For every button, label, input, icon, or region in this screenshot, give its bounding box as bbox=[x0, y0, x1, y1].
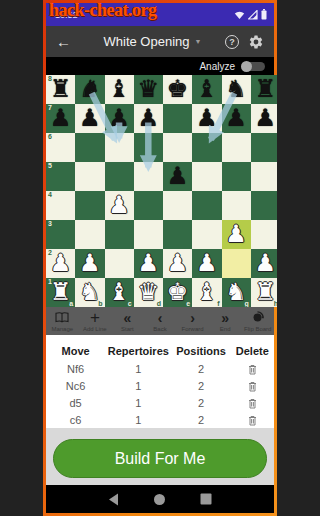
square-d8[interactable]: ♛ bbox=[134, 75, 163, 104]
white-pawn-g3[interactable]: ♟ bbox=[222, 220, 251, 249]
white-pawn-b2[interactable]: ♟ bbox=[75, 249, 104, 278]
black-knight-b8[interactable]: ♞ bbox=[75, 75, 104, 104]
square-a7[interactable]: 7♟ bbox=[46, 104, 75, 133]
delete-cell bbox=[231, 379, 274, 392]
square-b6[interactable] bbox=[75, 133, 104, 162]
go-end-button[interactable]: » End bbox=[209, 307, 242, 335]
square-h6[interactable] bbox=[251, 133, 277, 162]
nav-recents-icon[interactable] bbox=[200, 493, 212, 505]
rank-label-3: 3 bbox=[48, 220, 52, 227]
delete-cell bbox=[231, 362, 274, 375]
square-h2[interactable]: ♟ bbox=[251, 249, 277, 278]
square-a3[interactable]: 3 bbox=[46, 220, 75, 249]
square-c7[interactable]: ♟ bbox=[105, 104, 134, 133]
white-pawn-c4[interactable]: ♟ bbox=[105, 191, 134, 220]
black-bishop-f8[interactable]: ♝ bbox=[192, 75, 221, 104]
repertoires-cell: 1 bbox=[105, 380, 171, 392]
white-king-e1[interactable]: ♚ bbox=[163, 278, 192, 307]
white-knight-g1[interactable]: ♞ bbox=[222, 278, 251, 307]
square-e3[interactable] bbox=[163, 220, 192, 249]
square-c8[interactable]: ♝ bbox=[105, 75, 134, 104]
square-h3[interactable] bbox=[251, 220, 277, 249]
square-d7[interactable]: ♟ bbox=[134, 104, 163, 133]
book-icon bbox=[55, 311, 69, 325]
black-pawn-b7[interactable]: ♟ bbox=[75, 104, 104, 133]
col-header-move: Move bbox=[46, 345, 105, 357]
black-pawn-a7[interactable]: ♟ bbox=[46, 104, 75, 133]
white-pawn-e2[interactable]: ♟ bbox=[163, 249, 192, 278]
delete-trash-icon[interactable] bbox=[248, 398, 257, 409]
white-pawn-h2[interactable]: ♟ bbox=[251, 249, 277, 278]
add-line-button[interactable]: + Add Line bbox=[79, 307, 112, 335]
square-f3[interactable] bbox=[192, 220, 221, 249]
square-d3[interactable] bbox=[134, 220, 163, 249]
square-f5[interactable] bbox=[192, 162, 221, 191]
square-b3[interactable] bbox=[75, 220, 104, 249]
square-f6[interactable] bbox=[192, 133, 221, 162]
rank-label-4: 4 bbox=[48, 191, 52, 198]
square-b2[interactable]: ♟ bbox=[75, 249, 104, 278]
status-bar: 10:52 bbox=[46, 3, 274, 26]
build-for-me-button[interactable]: Build For Me bbox=[53, 439, 267, 478]
square-a1[interactable]: 1a♜ bbox=[46, 278, 75, 307]
flip-board-icon bbox=[251, 311, 264, 325]
square-h4[interactable] bbox=[251, 191, 277, 220]
square-g5[interactable] bbox=[222, 162, 251, 191]
square-e1[interactable]: e♚ bbox=[163, 278, 192, 307]
white-rook-a1[interactable]: ♜ bbox=[46, 278, 75, 307]
square-g3[interactable]: ♟ bbox=[222, 220, 251, 249]
manage-button[interactable]: Manage bbox=[46, 307, 79, 335]
move-cell: Nc6 bbox=[46, 380, 105, 392]
rank-label-6: 6 bbox=[48, 133, 52, 140]
move-cell: d5 bbox=[46, 397, 105, 409]
square-d4[interactable] bbox=[134, 191, 163, 220]
square-e2[interactable]: ♟ bbox=[163, 249, 192, 278]
col-header-positions: Positions bbox=[171, 345, 230, 357]
square-a5[interactable]: 5 bbox=[46, 162, 75, 191]
black-pawn-g7[interactable]: ♟ bbox=[222, 104, 251, 133]
square-c1[interactable]: c♝ bbox=[105, 278, 134, 307]
black-pawn-d7[interactable]: ♟ bbox=[134, 104, 163, 133]
white-bishop-f1[interactable]: ♝ bbox=[192, 278, 221, 307]
black-rook-a8[interactable]: ♜ bbox=[46, 75, 75, 104]
repertoires-cell: 1 bbox=[105, 414, 171, 426]
square-g8[interactable]: ♞ bbox=[222, 75, 251, 104]
square-f7[interactable]: ♟ bbox=[192, 104, 221, 133]
col-header-delete: Delete bbox=[231, 345, 274, 357]
square-c4[interactable]: ♟ bbox=[105, 191, 134, 220]
square-h8[interactable]: ♜ bbox=[251, 75, 277, 104]
delete-trash-icon[interactable] bbox=[248, 381, 257, 392]
black-bishop-c8[interactable]: ♝ bbox=[105, 75, 134, 104]
black-pawn-e5[interactable]: ♟ bbox=[163, 162, 192, 191]
black-pawn-c7[interactable]: ♟ bbox=[105, 104, 134, 133]
white-pawn-f2[interactable]: ♟ bbox=[192, 249, 221, 278]
square-b8[interactable]: ♞ bbox=[75, 75, 104, 104]
android-nav-bar bbox=[46, 485, 274, 513]
settings-gear-icon[interactable] bbox=[248, 34, 264, 50]
square-c2[interactable] bbox=[105, 249, 134, 278]
table-row-d5[interactable]: d512 bbox=[46, 394, 274, 411]
back-arrow-icon[interactable]: ← bbox=[56, 33, 86, 50]
square-g6[interactable] bbox=[222, 133, 251, 162]
table-row-Nc6[interactable]: Nc612 bbox=[46, 377, 274, 394]
square-a4[interactable]: 4 bbox=[46, 191, 75, 220]
nav-back-icon[interactable] bbox=[108, 493, 119, 506]
analyze-toggle[interactable] bbox=[241, 60, 265, 72]
black-pawn-f7[interactable]: ♟ bbox=[192, 104, 221, 133]
clock: 10:52 bbox=[55, 10, 78, 20]
square-h1[interactable]: h♜ bbox=[251, 278, 277, 307]
repertoires-cell: 1 bbox=[105, 397, 171, 409]
square-f4[interactable] bbox=[192, 191, 221, 220]
table-row-c6[interactable]: c612 bbox=[46, 411, 274, 428]
square-h7[interactable]: ♟ bbox=[251, 104, 277, 133]
back-chevron-icon: ‹ bbox=[158, 311, 163, 325]
square-d6[interactable] bbox=[134, 133, 163, 162]
go-start-button[interactable]: « Start bbox=[111, 307, 144, 335]
flip-board-button[interactable]: Flip Board bbox=[241, 307, 274, 335]
square-g2[interactable] bbox=[222, 249, 251, 278]
positions-cell: 2 bbox=[171, 397, 230, 409]
positions-cell: 2 bbox=[171, 380, 230, 392]
delete-trash-icon[interactable] bbox=[248, 364, 257, 375]
forward-chevron-icon: › bbox=[190, 311, 195, 325]
positions-cell: 2 bbox=[171, 363, 230, 375]
chevron-down-icon: ▼ bbox=[195, 38, 202, 45]
square-c3[interactable] bbox=[105, 220, 134, 249]
move-cell: Nf6 bbox=[46, 363, 105, 375]
black-rook-h8[interactable]: ♜ bbox=[251, 75, 277, 104]
square-d1[interactable]: d♛ bbox=[134, 278, 163, 307]
wifi-icon bbox=[234, 10, 245, 20]
square-b4[interactable] bbox=[75, 191, 104, 220]
table-header-row: Move Repertoires Positions Delete bbox=[46, 343, 274, 358]
white-bishop-c1[interactable]: ♝ bbox=[105, 278, 134, 307]
square-b7[interactable]: ♟ bbox=[75, 104, 104, 133]
white-pawn-d2[interactable]: ♟ bbox=[134, 249, 163, 278]
phone-frame: hack-cheat.org 10:52 ← White Opening ▼ ?… bbox=[43, 0, 277, 516]
black-queen-d8[interactable]: ♛ bbox=[134, 75, 163, 104]
square-e6[interactable] bbox=[163, 133, 192, 162]
square-b1[interactable]: b♞ bbox=[75, 278, 104, 307]
delete-cell bbox=[231, 396, 274, 409]
analyze-bar: Analyze bbox=[46, 57, 274, 75]
move-cell: c6 bbox=[46, 414, 105, 426]
black-pawn-h7[interactable]: ♟ bbox=[251, 104, 277, 133]
white-rook-h1[interactable]: ♜ bbox=[251, 278, 277, 307]
square-d2[interactable]: ♟ bbox=[134, 249, 163, 278]
delete-trash-icon[interactable] bbox=[248, 415, 257, 426]
square-c5[interactable] bbox=[105, 162, 134, 191]
battery-icon bbox=[261, 9, 267, 20]
square-f2[interactable]: ♟ bbox=[192, 249, 221, 278]
square-e4[interactable] bbox=[163, 191, 192, 220]
square-e8[interactable]: ♚ bbox=[163, 75, 192, 104]
col-header-repertoires: Repertoires bbox=[105, 345, 171, 357]
page-title: White Opening bbox=[104, 34, 190, 49]
nav-home-icon[interactable] bbox=[153, 493, 166, 506]
white-knight-b1[interactable]: ♞ bbox=[75, 278, 104, 307]
positions-cell: 2 bbox=[171, 414, 230, 426]
square-g7[interactable]: ♟ bbox=[222, 104, 251, 133]
square-g4[interactable] bbox=[222, 191, 251, 220]
square-c6[interactable] bbox=[105, 133, 134, 162]
skip-start-icon: « bbox=[124, 311, 132, 325]
table-row-Nf6[interactable]: Nf612 bbox=[46, 360, 274, 377]
skip-end-icon: » bbox=[221, 311, 229, 325]
analyze-label: Analyze bbox=[199, 61, 235, 72]
square-e5[interactable]: ♟ bbox=[163, 162, 192, 191]
white-pawn-a2[interactable]: ♟ bbox=[46, 249, 75, 278]
delete-cell bbox=[231, 413, 274, 426]
square-a6[interactable]: 6 bbox=[46, 133, 75, 162]
square-d5[interactable] bbox=[134, 162, 163, 191]
square-e7[interactable] bbox=[163, 104, 192, 133]
white-queen-d1[interactable]: ♛ bbox=[134, 278, 163, 307]
square-a2[interactable]: 2♟ bbox=[46, 249, 75, 278]
repertoire-selector[interactable]: White Opening ▼ bbox=[86, 34, 219, 49]
square-a8[interactable]: 8♜ bbox=[46, 75, 75, 104]
go-forward-button[interactable]: › Forward bbox=[176, 307, 209, 335]
black-knight-g8[interactable]: ♞ bbox=[222, 75, 251, 104]
square-f1[interactable]: f♝ bbox=[192, 278, 221, 307]
button-section: Build For Me bbox=[46, 428, 274, 485]
repertoires-cell: 1 bbox=[105, 363, 171, 375]
board-toolbar: Manage + Add Line « Start ‹ Back › Forwa… bbox=[46, 307, 274, 335]
black-king-e8[interactable]: ♚ bbox=[163, 75, 192, 104]
chess-board: 8♜♞♝♛♚♝♞♜7♟♟♟♟♟♟♟65♟4♟3♟2♟♟♟♟♟♟1a♜b♞c♝d♛… bbox=[46, 75, 277, 307]
square-g1[interactable]: g♞ bbox=[222, 278, 251, 307]
app-bar: ← White Opening ▼ ? bbox=[46, 26, 274, 57]
square-b5[interactable] bbox=[75, 162, 104, 191]
square-h5[interactable] bbox=[251, 162, 277, 191]
rank-label-5: 5 bbox=[48, 162, 52, 169]
cell-signal-icon bbox=[248, 10, 258, 20]
moves-table: Move Repertoires Positions Delete Nf612N… bbox=[46, 335, 274, 428]
help-icon[interactable]: ? bbox=[225, 35, 239, 49]
square-f8[interactable]: ♝ bbox=[192, 75, 221, 104]
go-back-button[interactable]: ‹ Back bbox=[144, 307, 177, 335]
plus-icon: + bbox=[90, 311, 100, 325]
